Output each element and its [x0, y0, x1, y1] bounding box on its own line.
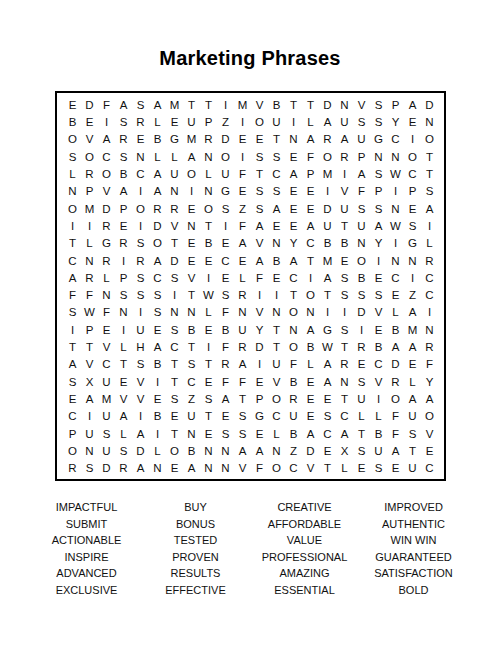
grid-cell[interactable]: N: [268, 235, 285, 252]
grid-cell[interactable]: C: [98, 148, 115, 165]
grid-cell[interactable]: U: [353, 217, 370, 234]
grid-cell[interactable]: I: [200, 269, 217, 286]
grid-cell[interactable]: T: [183, 96, 200, 113]
grid-cell[interactable]: A: [234, 235, 251, 252]
grid-cell[interactable]: S: [353, 373, 370, 390]
grid-cell[interactable]: B: [285, 425, 302, 442]
grid-cell[interactable]: A: [81, 390, 98, 407]
grid-cell[interactable]: L: [268, 425, 285, 442]
grid-cell[interactable]: N: [166, 183, 183, 200]
grid-cell[interactable]: N: [64, 183, 81, 200]
grid-cell[interactable]: R: [421, 338, 438, 355]
grid-cell[interactable]: N: [98, 287, 115, 304]
grid-cell[interactable]: S: [132, 96, 149, 113]
grid-cell[interactable]: T: [251, 165, 268, 182]
grid-cell[interactable]: D: [149, 217, 166, 234]
grid-cell[interactable]: Y: [421, 373, 438, 390]
grid-cell[interactable]: T: [336, 390, 353, 407]
grid-cell[interactable]: I: [166, 287, 183, 304]
grid-cell[interactable]: D: [319, 96, 336, 113]
grid-cell[interactable]: F: [251, 460, 268, 477]
grid-cell[interactable]: T: [183, 338, 200, 355]
grid-cell[interactable]: E: [251, 425, 268, 442]
grid-cell[interactable]: T: [200, 96, 217, 113]
grid-cell[interactable]: I: [370, 252, 387, 269]
grid-cell[interactable]: S: [234, 425, 251, 442]
grid-cell[interactable]: F: [387, 425, 404, 442]
grid-cell[interactable]: T: [302, 252, 319, 269]
grid-cell[interactable]: G: [98, 235, 115, 252]
grid-cell[interactable]: S: [166, 390, 183, 407]
grid-cell[interactable]: I: [149, 425, 166, 442]
grid-cell[interactable]: C: [302, 235, 319, 252]
grid-cell[interactable]: N: [183, 425, 200, 442]
grid-cell[interactable]: S: [166, 321, 183, 338]
grid-cell[interactable]: S: [353, 113, 370, 130]
grid-cell[interactable]: N: [421, 113, 438, 130]
grid-cell[interactable]: C: [149, 269, 166, 286]
grid-cell[interactable]: E: [251, 373, 268, 390]
grid-cell[interactable]: A: [183, 148, 200, 165]
grid-cell[interactable]: L: [370, 408, 387, 425]
grid-cell[interactable]: I: [132, 408, 149, 425]
grid-cell[interactable]: S: [132, 269, 149, 286]
grid-cell[interactable]: T: [234, 390, 251, 407]
grid-cell[interactable]: I: [234, 148, 251, 165]
grid-cell[interactable]: A: [64, 269, 81, 286]
grid-cell[interactable]: L: [421, 235, 438, 252]
grid-cell[interactable]: I: [404, 269, 421, 286]
grid-cell[interactable]: P: [404, 183, 421, 200]
grid-cell[interactable]: A: [302, 425, 319, 442]
grid-cell[interactable]: S: [353, 200, 370, 217]
grid-cell[interactable]: G: [217, 183, 234, 200]
grid-cell[interactable]: U: [353, 131, 370, 148]
grid-cell[interactable]: E: [200, 373, 217, 390]
grid-cell[interactable]: M: [319, 165, 336, 182]
grid-cell[interactable]: V: [336, 183, 353, 200]
grid-cell[interactable]: A: [115, 408, 132, 425]
grid-cell[interactable]: N: [370, 148, 387, 165]
grid-cell[interactable]: N: [336, 373, 353, 390]
grid-cell[interactable]: N: [268, 442, 285, 459]
grid-cell[interactable]: N: [302, 304, 319, 321]
grid-cell[interactable]: B: [149, 408, 166, 425]
grid-cell[interactable]: V: [302, 460, 319, 477]
grid-cell[interactable]: A: [149, 183, 166, 200]
grid-cell[interactable]: S: [115, 442, 132, 459]
grid-cell[interactable]: E: [421, 442, 438, 459]
grid-cell[interactable]: U: [98, 373, 115, 390]
grid-cell[interactable]: S: [336, 287, 353, 304]
grid-cell[interactable]: T: [421, 165, 438, 182]
grid-cell[interactable]: U: [336, 200, 353, 217]
grid-cell[interactable]: T: [302, 96, 319, 113]
grid-cell[interactable]: G: [319, 321, 336, 338]
grid-cell[interactable]: C: [404, 165, 421, 182]
grid-cell[interactable]: D: [421, 96, 438, 113]
grid-cell[interactable]: C: [98, 356, 115, 373]
grid-cell[interactable]: B: [387, 321, 404, 338]
grid-cell[interactable]: A: [319, 373, 336, 390]
grid-cell[interactable]: T: [81, 338, 98, 355]
grid-cell[interactable]: U: [98, 442, 115, 459]
grid-cell[interactable]: U: [132, 321, 149, 338]
grid-cell[interactable]: R: [336, 148, 353, 165]
grid-cell[interactable]: T: [404, 442, 421, 459]
grid-cell[interactable]: V: [268, 373, 285, 390]
grid-cell[interactable]: O: [149, 235, 166, 252]
grid-cell[interactable]: E: [217, 269, 234, 286]
grid-cell[interactable]: E: [353, 356, 370, 373]
grid-cell[interactable]: N: [183, 304, 200, 321]
grid-cell[interactable]: H: [132, 338, 149, 355]
grid-cell[interactable]: V: [115, 390, 132, 407]
grid-cell[interactable]: O: [285, 338, 302, 355]
grid-cell[interactable]: O: [268, 460, 285, 477]
grid-cell[interactable]: B: [149, 131, 166, 148]
grid-cell[interactable]: E: [285, 183, 302, 200]
grid-cell[interactable]: B: [268, 96, 285, 113]
grid-cell[interactable]: I: [387, 235, 404, 252]
grid-cell[interactable]: U: [353, 390, 370, 407]
grid-cell[interactable]: I: [183, 183, 200, 200]
grid-cell[interactable]: F: [234, 165, 251, 182]
grid-cell[interactable]: D: [353, 304, 370, 321]
grid-cell[interactable]: T: [200, 217, 217, 234]
grid-cell[interactable]: I: [64, 217, 81, 234]
grid-cell[interactable]: N: [387, 200, 404, 217]
grid-cell[interactable]: D: [251, 338, 268, 355]
grid-cell[interactable]: S: [404, 217, 421, 234]
grid-cell[interactable]: R: [149, 200, 166, 217]
grid-cell[interactable]: S: [353, 442, 370, 459]
grid-cell[interactable]: S: [115, 148, 132, 165]
grid-cell[interactable]: Y: [285, 235, 302, 252]
grid-cell[interactable]: F: [302, 148, 319, 165]
grid-cell[interactable]: A: [234, 356, 251, 373]
grid-cell[interactable]: N: [336, 96, 353, 113]
grid-cell[interactable]: L: [336, 460, 353, 477]
grid-cell[interactable]: E: [200, 425, 217, 442]
grid-cell[interactable]: C: [268, 408, 285, 425]
grid-cell[interactable]: E: [200, 252, 217, 269]
grid-cell[interactable]: C: [166, 338, 183, 355]
grid-cell[interactable]: D: [387, 356, 404, 373]
grid-cell[interactable]: M: [81, 200, 98, 217]
grid-cell[interactable]: A: [251, 217, 268, 234]
grid-cell[interactable]: L: [115, 425, 132, 442]
grid-cell[interactable]: U: [404, 408, 421, 425]
grid-cell[interactable]: G: [370, 131, 387, 148]
grid-cell[interactable]: Z: [404, 287, 421, 304]
grid-cell[interactable]: E: [234, 183, 251, 200]
grid-cell[interactable]: R: [132, 113, 149, 130]
grid-cell[interactable]: S: [149, 287, 166, 304]
grid-cell[interactable]: E: [115, 217, 132, 234]
grid-cell[interactable]: R: [81, 269, 98, 286]
grid-cell[interactable]: P: [115, 269, 132, 286]
grid-cell[interactable]: O: [404, 148, 421, 165]
grid-cell[interactable]: A: [302, 321, 319, 338]
grid-cell[interactable]: O: [200, 200, 217, 217]
grid-cell[interactable]: E: [115, 373, 132, 390]
grid-cell[interactable]: T: [353, 425, 370, 442]
grid-cell[interactable]: T: [336, 338, 353, 355]
grid-cell[interactable]: F: [285, 356, 302, 373]
grid-cell[interactable]: R: [319, 131, 336, 148]
grid-cell[interactable]: R: [336, 356, 353, 373]
grid-cell[interactable]: A: [302, 217, 319, 234]
grid-cell[interactable]: A: [404, 390, 421, 407]
grid-cell[interactable]: D: [217, 131, 234, 148]
grid-cell[interactable]: R: [387, 373, 404, 390]
grid-cell[interactable]: S: [132, 287, 149, 304]
grid-cell[interactable]: B: [370, 425, 387, 442]
grid-cell[interactable]: M: [234, 96, 251, 113]
grid-cell[interactable]: A: [149, 338, 166, 355]
grid-cell[interactable]: E: [64, 390, 81, 407]
grid-cell[interactable]: V: [98, 338, 115, 355]
grid-cell[interactable]: T: [421, 148, 438, 165]
grid-cell[interactable]: V: [166, 217, 183, 234]
grid-cell[interactable]: R: [64, 460, 81, 477]
grid-cell[interactable]: R: [234, 287, 251, 304]
grid-cell[interactable]: U: [81, 425, 98, 442]
grid-cell[interactable]: N: [200, 442, 217, 459]
grid-cell[interactable]: V: [81, 131, 98, 148]
grid-cell[interactable]: I: [370, 390, 387, 407]
grid-cell[interactable]: N: [81, 252, 98, 269]
grid-cell[interactable]: S: [217, 287, 234, 304]
grid-cell[interactable]: E: [285, 217, 302, 234]
grid-cell[interactable]: M: [166, 96, 183, 113]
grid-cell[interactable]: V: [81, 356, 98, 373]
grid-cell[interactable]: U: [183, 408, 200, 425]
grid-cell[interactable]: S: [64, 304, 81, 321]
grid-cell[interactable]: C: [183, 373, 200, 390]
grid-cell[interactable]: P: [115, 200, 132, 217]
grid-cell[interactable]: T: [166, 425, 183, 442]
grid-cell[interactable]: I: [319, 304, 336, 321]
grid-cell[interactable]: O: [285, 304, 302, 321]
grid-cell[interactable]: O: [251, 113, 268, 130]
grid-cell[interactable]: T: [166, 235, 183, 252]
grid-cell[interactable]: I: [132, 304, 149, 321]
grid-cell[interactable]: S: [353, 287, 370, 304]
grid-cell[interactable]: T: [166, 373, 183, 390]
grid-cell[interactable]: O: [353, 252, 370, 269]
grid-cell[interactable]: S: [115, 287, 132, 304]
grid-cell[interactable]: C: [64, 408, 81, 425]
grid-cell[interactable]: S: [64, 373, 81, 390]
grid-cell[interactable]: S: [251, 148, 268, 165]
grid-cell[interactable]: N: [387, 252, 404, 269]
grid-cell[interactable]: E: [98, 321, 115, 338]
grid-cell[interactable]: I: [319, 183, 336, 200]
grid-cell[interactable]: I: [387, 183, 404, 200]
grid-cell[interactable]: E: [285, 200, 302, 217]
grid-cell[interactable]: R: [115, 460, 132, 477]
grid-cell[interactable]: E: [234, 131, 251, 148]
grid-cell[interactable]: Y: [387, 113, 404, 130]
grid-cell[interactable]: F: [217, 373, 234, 390]
grid-cell[interactable]: I: [217, 96, 234, 113]
grid-cell[interactable]: I: [268, 287, 285, 304]
grid-cell[interactable]: M: [98, 390, 115, 407]
grid-cell[interactable]: A: [149, 96, 166, 113]
grid-cell[interactable]: D: [132, 442, 149, 459]
grid-cell[interactable]: I: [234, 113, 251, 130]
grid-cell[interactable]: A: [285, 252, 302, 269]
grid-cell[interactable]: O: [302, 287, 319, 304]
grid-cell[interactable]: T: [64, 235, 81, 252]
grid-cell[interactable]: I: [81, 408, 98, 425]
grid-cell[interactable]: T: [200, 356, 217, 373]
grid-cell[interactable]: V: [251, 96, 268, 113]
grid-cell[interactable]: N: [183, 217, 200, 234]
grid-cell[interactable]: E: [166, 113, 183, 130]
grid-cell[interactable]: L: [115, 338, 132, 355]
grid-cell[interactable]: B: [302, 338, 319, 355]
grid-cell[interactable]: F: [98, 96, 115, 113]
grid-cell[interactable]: M: [404, 321, 421, 338]
grid-cell[interactable]: A: [115, 96, 132, 113]
grid-cell[interactable]: O: [81, 148, 98, 165]
grid-cell[interactable]: S: [404, 425, 421, 442]
grid-cell[interactable]: T: [319, 287, 336, 304]
grid-cell[interactable]: O: [421, 408, 438, 425]
grid-cell[interactable]: U: [217, 165, 234, 182]
grid-cell[interactable]: P: [81, 321, 98, 338]
grid-cell[interactable]: C: [268, 165, 285, 182]
grid-cell[interactable]: I: [200, 338, 217, 355]
grid-cell[interactable]: A: [149, 165, 166, 182]
grid-cell[interactable]: F: [234, 373, 251, 390]
grid-cell[interactable]: S: [251, 200, 268, 217]
grid-cell[interactable]: I: [149, 373, 166, 390]
grid-cell[interactable]: F: [353, 183, 370, 200]
grid-cell[interactable]: R: [421, 252, 438, 269]
grid-cell[interactable]: R: [217, 356, 234, 373]
grid-cell[interactable]: B: [319, 235, 336, 252]
grid-cell[interactable]: E: [234, 252, 251, 269]
grid-cell[interactable]: E: [81, 113, 98, 130]
grid-cell[interactable]: E: [319, 390, 336, 407]
grid-cell[interactable]: E: [319, 442, 336, 459]
grid-cell[interactable]: A: [319, 113, 336, 130]
grid-cell[interactable]: L: [149, 113, 166, 130]
grid-cell[interactable]: V: [132, 373, 149, 390]
grid-cell[interactable]: U: [370, 442, 387, 459]
grid-cell[interactable]: L: [81, 235, 98, 252]
grid-cell[interactable]: V: [251, 235, 268, 252]
grid-cell[interactable]: S: [81, 460, 98, 477]
grid-cell[interactable]: C: [370, 356, 387, 373]
grid-cell[interactable]: C: [421, 460, 438, 477]
grid-cell[interactable]: U: [268, 113, 285, 130]
grid-cell[interactable]: D: [302, 442, 319, 459]
grid-cell[interactable]: T: [64, 338, 81, 355]
grid-cell[interactable]: Z: [183, 390, 200, 407]
grid-cell[interactable]: S: [217, 200, 234, 217]
grid-cell[interactable]: O: [64, 442, 81, 459]
grid-cell[interactable]: M: [183, 131, 200, 148]
grid-cell[interactable]: U: [166, 165, 183, 182]
grid-cell[interactable]: G: [166, 131, 183, 148]
grid-cell[interactable]: O: [98, 165, 115, 182]
grid-cell[interactable]: R: [98, 217, 115, 234]
grid-cell[interactable]: D: [98, 200, 115, 217]
grid-cell[interactable]: E: [370, 321, 387, 338]
grid-cell[interactable]: P: [370, 183, 387, 200]
grid-cell[interactable]: I: [132, 217, 149, 234]
grid-cell[interactable]: D: [98, 460, 115, 477]
grid-cell[interactable]: G: [404, 235, 421, 252]
grid-cell[interactable]: V: [183, 269, 200, 286]
grid-cell[interactable]: A: [268, 200, 285, 217]
grid-cell[interactable]: V: [234, 460, 251, 477]
grid-cell[interactable]: E: [387, 460, 404, 477]
grid-cell[interactable]: T: [200, 408, 217, 425]
grid-cell[interactable]: R: [115, 235, 132, 252]
grid-cell[interactable]: F: [217, 304, 234, 321]
grid-cell[interactable]: U: [336, 113, 353, 130]
grid-cell[interactable]: E: [217, 408, 234, 425]
grid-cell[interactable]: L: [200, 165, 217, 182]
grid-cell[interactable]: L: [166, 148, 183, 165]
grid-cell[interactable]: Y: [251, 321, 268, 338]
grid-cell[interactable]: W: [387, 217, 404, 234]
grid-cell[interactable]: D: [319, 200, 336, 217]
grid-cell[interactable]: A: [251, 442, 268, 459]
grid-cell[interactable]: C: [64, 252, 81, 269]
grid-cell[interactable]: A: [149, 252, 166, 269]
grid-cell[interactable]: C: [421, 287, 438, 304]
grid-cell[interactable]: D: [81, 96, 98, 113]
grid-cell[interactable]: I: [421, 217, 438, 234]
grid-cell[interactable]: C: [387, 269, 404, 286]
grid-cell[interactable]: V: [421, 425, 438, 442]
grid-cell[interactable]: A: [421, 390, 438, 407]
grid-cell[interactable]: A: [336, 131, 353, 148]
grid-cell[interactable]: I: [115, 321, 132, 338]
grid-cell[interactable]: P: [302, 165, 319, 182]
grid-cell[interactable]: L: [404, 373, 421, 390]
grid-cell[interactable]: R: [353, 338, 370, 355]
grid-cell[interactable]: A: [132, 460, 149, 477]
grid-cell[interactable]: N: [404, 252, 421, 269]
grid-cell[interactable]: N: [81, 442, 98, 459]
grid-cell[interactable]: N: [217, 442, 234, 459]
grid-cell[interactable]: O: [183, 165, 200, 182]
grid-cell[interactable]: I: [404, 131, 421, 148]
grid-cell[interactable]: T: [115, 356, 132, 373]
grid-cell[interactable]: A: [217, 390, 234, 407]
grid-cell[interactable]: O: [421, 131, 438, 148]
grid-cell[interactable]: N: [166, 304, 183, 321]
grid-cell[interactable]: S: [98, 425, 115, 442]
grid-cell[interactable]: N: [234, 304, 251, 321]
grid-cell[interactable]: A: [132, 425, 149, 442]
grid-cell[interactable]: N: [353, 235, 370, 252]
grid-cell[interactable]: S: [132, 356, 149, 373]
grid-cell[interactable]: T: [285, 96, 302, 113]
grid-cell[interactable]: F: [387, 408, 404, 425]
grid-cell[interactable]: F: [251, 269, 268, 286]
grid-cell[interactable]: A: [115, 183, 132, 200]
grid-cell[interactable]: I: [336, 304, 353, 321]
